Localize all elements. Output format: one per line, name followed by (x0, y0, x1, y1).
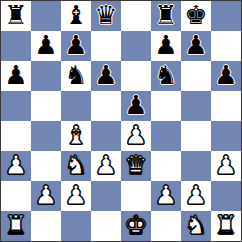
square-e8[interactable] (121, 1, 151, 31)
square-e3[interactable]: ♛ (121, 151, 151, 181)
square-a4[interactable] (1, 121, 31, 151)
square-a3[interactable]: ♟ (1, 151, 31, 181)
white-pawn-g2[interactable]: ♟ (184, 182, 207, 208)
square-g3[interactable] (181, 151, 211, 181)
square-h6[interactable]: ♟ (211, 61, 241, 91)
black-pawn-a6[interactable]: ♟ (4, 62, 27, 88)
square-a8[interactable]: ♜ (1, 1, 31, 31)
white-queen-e3[interactable]: ♛ (124, 152, 147, 178)
square-b2[interactable]: ♟ (31, 181, 61, 211)
square-b6[interactable] (31, 61, 61, 91)
square-h7[interactable] (211, 31, 241, 61)
square-h3[interactable]: ♟ (211, 151, 241, 181)
white-bishop-c4[interactable]: ♝ (64, 122, 87, 148)
white-pawn-e4[interactable]: ♟ (124, 122, 147, 148)
square-h5[interactable] (211, 91, 241, 121)
square-e6[interactable] (121, 61, 151, 91)
square-h1[interactable]: ♜ (211, 211, 241, 241)
square-f5[interactable] (151, 91, 181, 121)
black-pawn-c7[interactable]: ♟ (64, 32, 87, 58)
square-d3[interactable]: ♟ (91, 151, 121, 181)
square-g5[interactable] (181, 91, 211, 121)
square-b4[interactable] (31, 121, 61, 151)
square-b3[interactable] (31, 151, 61, 181)
white-pawn-f2[interactable]: ♟ (154, 182, 177, 208)
square-d8[interactable]: ♛ (91, 1, 121, 31)
white-king-e1[interactable]: ♚ (124, 212, 147, 238)
black-rook-f8[interactable]: ♜ (154, 2, 177, 28)
square-c6[interactable]: ♞ (61, 61, 91, 91)
square-a6[interactable]: ♟ (1, 61, 31, 91)
square-c2[interactable]: ♟ (61, 181, 91, 211)
square-c7[interactable]: ♟ (61, 31, 91, 61)
white-knight-g1[interactable]: ♞ (184, 212, 207, 238)
square-f2[interactable]: ♟ (151, 181, 181, 211)
white-pawn-h3[interactable]: ♟ (214, 152, 237, 178)
black-bishop-c8[interactable]: ♝ (64, 2, 87, 28)
square-e4[interactable]: ♟ (121, 121, 151, 151)
square-a7[interactable] (1, 31, 31, 61)
black-pawn-d6[interactable]: ♟ (94, 62, 117, 88)
square-g8[interactable]: ♚ (181, 1, 211, 31)
black-king-g8[interactable]: ♚ (184, 2, 207, 28)
black-rook-a8[interactable]: ♜ (4, 2, 27, 28)
square-a1[interactable]: ♜ (1, 211, 31, 241)
white-rook-h1[interactable]: ♜ (214, 212, 237, 238)
square-e7[interactable] (121, 31, 151, 61)
square-f6[interactable]: ♞ (151, 61, 181, 91)
square-c4[interactable]: ♝ (61, 121, 91, 151)
square-g4[interactable] (181, 121, 211, 151)
square-c1[interactable] (61, 211, 91, 241)
square-g6[interactable] (181, 61, 211, 91)
square-b1[interactable] (31, 211, 61, 241)
square-e2[interactable] (121, 181, 151, 211)
square-f8[interactable]: ♜ (151, 1, 181, 31)
square-g7[interactable]: ♟ (181, 31, 211, 61)
white-pawn-a3[interactable]: ♟ (4, 152, 27, 178)
square-g1[interactable]: ♞ (181, 211, 211, 241)
square-a5[interactable] (1, 91, 31, 121)
white-knight-c3[interactable]: ♞ (64, 152, 87, 178)
square-h2[interactable] (211, 181, 241, 211)
square-d6[interactable]: ♟ (91, 61, 121, 91)
square-d1[interactable] (91, 211, 121, 241)
square-e1[interactable]: ♚ (121, 211, 151, 241)
black-knight-c6[interactable]: ♞ (64, 62, 87, 88)
white-pawn-b2[interactable]: ♟ (34, 182, 57, 208)
square-f3[interactable] (151, 151, 181, 181)
white-pawn-d3[interactable]: ♟ (94, 152, 117, 178)
square-h4[interactable] (211, 121, 241, 151)
black-knight-f6[interactable]: ♞ (154, 62, 177, 88)
black-queen-d8[interactable]: ♛ (94, 2, 117, 28)
chess-board: ♜♝♛♜♚♟♟♟♟♟♞♟♞♟♟♝♟♟♞♟♛♟♟♟♟♟♜♚♞♜ (1, 1, 241, 241)
square-a2[interactable] (1, 181, 31, 211)
black-pawn-f7[interactable]: ♟ (154, 32, 177, 58)
square-f4[interactable] (151, 121, 181, 151)
square-f7[interactable]: ♟ (151, 31, 181, 61)
square-c5[interactable] (61, 91, 91, 121)
square-d7[interactable] (91, 31, 121, 61)
square-h8[interactable] (211, 1, 241, 31)
black-pawn-h6[interactable]: ♟ (214, 62, 237, 88)
square-b7[interactable]: ♟ (31, 31, 61, 61)
square-d4[interactable] (91, 121, 121, 151)
square-b8[interactable] (31, 1, 61, 31)
square-c3[interactable]: ♞ (61, 151, 91, 181)
white-rook-a1[interactable]: ♜ (4, 212, 27, 238)
square-d2[interactable] (91, 181, 121, 211)
square-b5[interactable] (31, 91, 61, 121)
black-pawn-g7[interactable]: ♟ (184, 32, 207, 58)
black-pawn-b7[interactable]: ♟ (34, 32, 57, 58)
square-g2[interactable]: ♟ (181, 181, 211, 211)
square-d5[interactable] (91, 91, 121, 121)
chess-board-frame: ♜♝♛♜♚♟♟♟♟♟♞♟♞♟♟♝♟♟♞♟♛♟♟♟♟♟♜♚♞♜ (0, 0, 242, 242)
square-f1[interactable] (151, 211, 181, 241)
black-pawn-e5[interactable]: ♟ (124, 92, 147, 118)
white-pawn-c2[interactable]: ♟ (64, 182, 87, 208)
square-e5[interactable]: ♟ (121, 91, 151, 121)
square-c8[interactable]: ♝ (61, 1, 91, 31)
